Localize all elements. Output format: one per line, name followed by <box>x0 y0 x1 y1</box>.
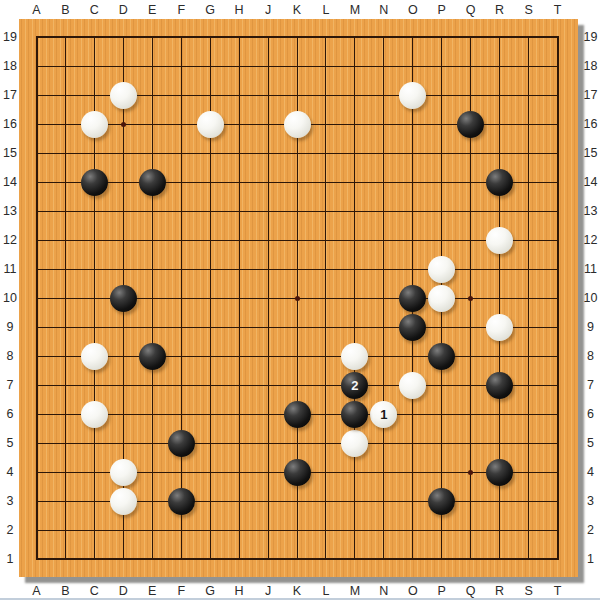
row-label-left: 5 <box>7 436 14 450</box>
grid-line-horizontal <box>36 356 559 357</box>
column-label-bottom: A <box>32 584 40 598</box>
star-point <box>295 296 300 301</box>
white-stone <box>81 343 108 370</box>
row-label-right: 2 <box>587 523 594 537</box>
grid-line-vertical <box>528 36 529 560</box>
row-label-left: 2 <box>7 523 14 537</box>
row-label-left: 6 <box>7 407 14 421</box>
row-label-left: 17 <box>3 88 17 102</box>
row-label-left: 11 <box>4 262 17 276</box>
white-stone <box>341 343 368 370</box>
black-stone <box>486 169 513 196</box>
column-label-bottom: P <box>438 584 446 598</box>
black-stone <box>168 488 195 515</box>
row-label-right: 13 <box>584 204 598 218</box>
column-label-top: R <box>495 3 504 17</box>
row-label-right: 10 <box>584 291 598 305</box>
black-stone <box>139 343 166 370</box>
black-stone <box>284 401 311 428</box>
column-label-bottom: M <box>350 584 360 598</box>
black-stone <box>284 459 311 486</box>
black-stone: 2 <box>341 372 368 399</box>
column-label-bottom: E <box>148 584 156 598</box>
white-stone <box>399 372 426 399</box>
black-stone <box>110 285 137 312</box>
black-stone <box>168 430 195 457</box>
column-label-top: J <box>265 3 271 17</box>
window-bottom-border <box>0 598 600 600</box>
white-stone <box>341 430 368 457</box>
black-stone <box>457 111 484 138</box>
white-stone <box>81 111 108 138</box>
column-label-top: G <box>205 3 215 17</box>
row-label-right: 7 <box>587 378 594 392</box>
black-stone <box>341 401 368 428</box>
row-label-left: 1 <box>7 552 14 566</box>
column-label-top: C <box>90 3 99 17</box>
grid-line-horizontal <box>36 443 559 444</box>
white-stone <box>110 488 137 515</box>
move-number-label: 2 <box>351 379 358 392</box>
column-label-top: M <box>350 3 360 17</box>
row-label-left: 19 <box>3 30 17 44</box>
grid-line-horizontal <box>36 558 559 560</box>
column-label-top: E <box>148 3 156 17</box>
white-stone <box>486 227 513 254</box>
column-label-bottom: G <box>205 584 215 598</box>
white-stone <box>284 111 311 138</box>
grid-line-horizontal <box>36 530 559 531</box>
column-label-top: K <box>293 3 301 17</box>
row-label-left: 10 <box>3 291 17 305</box>
black-stone <box>486 459 513 486</box>
column-label-top: N <box>379 3 388 17</box>
white-stone <box>399 82 426 109</box>
black-stone <box>399 285 426 312</box>
column-label-top: Q <box>466 3 476 17</box>
column-label-top: L <box>322 3 329 17</box>
row-label-right: 1 <box>587 552 594 566</box>
row-label-left: 12 <box>3 233 17 247</box>
row-label-right: 19 <box>584 30 598 44</box>
row-label-left: 4 <box>7 465 14 479</box>
column-label-top: S <box>524 3 532 17</box>
row-label-left: 7 <box>7 378 14 392</box>
row-label-right: 3 <box>587 494 594 508</box>
column-label-bottom: H <box>235 584 244 598</box>
column-label-bottom: R <box>495 584 504 598</box>
row-label-left: 14 <box>3 175 17 189</box>
grid-line-horizontal <box>36 327 559 328</box>
column-label-bottom: L <box>322 584 329 598</box>
star-point <box>468 296 473 301</box>
row-label-left: 16 <box>3 117 17 131</box>
column-label-bottom: F <box>177 584 185 598</box>
white-stone <box>110 459 137 486</box>
row-label-right: 14 <box>584 175 598 189</box>
row-label-right: 17 <box>584 88 598 102</box>
column-label-top: D <box>119 3 128 17</box>
go-board-viewer: 12 AABBCCDDEEFFGGHHJJKKLLMMNNOOPPQQRRSST… <box>0 0 600 602</box>
row-label-left: 13 <box>3 204 17 218</box>
column-label-bottom: T <box>554 584 562 598</box>
column-label-bottom: J <box>265 584 271 598</box>
star-point <box>468 470 473 475</box>
white-stone <box>197 111 224 138</box>
black-stone <box>486 372 513 399</box>
grid-line-vertical <box>383 36 384 560</box>
black-stone <box>139 169 166 196</box>
white-stone <box>81 401 108 428</box>
row-label-right: 12 <box>584 233 598 247</box>
row-label-right: 4 <box>587 465 594 479</box>
column-label-top: P <box>438 3 446 17</box>
grid-line-vertical <box>325 36 326 560</box>
column-label-bottom: C <box>90 584 99 598</box>
black-stone <box>81 169 108 196</box>
column-label-bottom: Q <box>466 584 476 598</box>
column-label-bottom: D <box>119 584 128 598</box>
row-label-left: 18 <box>3 59 17 73</box>
column-label-top: T <box>554 3 562 17</box>
column-label-top: B <box>61 3 69 17</box>
move-number-label: 1 <box>380 408 387 421</box>
white-stone <box>428 256 455 283</box>
column-label-top: A <box>32 3 40 17</box>
row-label-right: 18 <box>584 59 598 73</box>
row-label-left: 15 <box>3 146 17 160</box>
column-label-bottom: O <box>408 584 418 598</box>
column-label-bottom: S <box>524 584 532 598</box>
column-label-top: H <box>235 3 244 17</box>
row-label-right: 15 <box>584 146 598 160</box>
white-stone: 1 <box>370 401 397 428</box>
black-stone <box>428 488 455 515</box>
white-stone <box>486 314 513 341</box>
row-label-left: 3 <box>7 494 14 508</box>
column-label-bottom: B <box>61 584 69 598</box>
grid-line-horizontal <box>36 385 559 386</box>
star-point <box>121 122 126 127</box>
row-label-right: 6 <box>587 407 594 421</box>
row-label-right: 5 <box>587 436 594 450</box>
black-stone <box>428 343 455 370</box>
go-board-surface[interactable]: 12 <box>19 19 578 577</box>
black-stone <box>399 314 426 341</box>
column-label-bottom: K <box>293 584 301 598</box>
white-stone <box>110 82 137 109</box>
row-label-right: 16 <box>584 117 598 131</box>
row-label-left: 8 <box>7 349 14 363</box>
grid-line-vertical <box>557 36 559 560</box>
grid-line-vertical <box>354 36 355 560</box>
row-label-right: 9 <box>587 320 594 334</box>
white-stone <box>428 285 455 312</box>
column-label-top: O <box>408 3 418 17</box>
row-label-right: 8 <box>587 349 594 363</box>
column-label-bottom: N <box>379 584 388 598</box>
row-label-right: 11 <box>584 262 597 276</box>
row-label-left: 9 <box>7 320 14 334</box>
column-label-top: F <box>177 3 185 17</box>
